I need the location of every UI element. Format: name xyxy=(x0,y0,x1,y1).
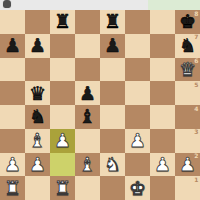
square-c3[interactable]: ♟ xyxy=(50,129,75,153)
top-bar xyxy=(0,0,200,10)
square-h3[interactable]: 3 xyxy=(175,129,200,153)
white-king-piece[interactable]: ♚ xyxy=(129,178,146,197)
rank-label-8: 8 xyxy=(194,11,198,17)
black-rook-piece[interactable]: ♜ xyxy=(104,12,121,31)
square-h5[interactable]: 5 xyxy=(175,81,200,105)
rank-label-5: 5 xyxy=(194,82,198,88)
white-bishop-piece[interactable]: ♝ xyxy=(79,154,96,173)
black-knight-piece[interactable]: ♞ xyxy=(29,107,46,126)
chess-app: ♜♜♚8♟♟♟♞7♛6♛♟5♞♝4♝♟♟3♟♟♝♞♟♟2♜♜♚1 xyxy=(0,0,200,200)
black-pawn-piece[interactable]: ♟ xyxy=(104,36,121,55)
square-a5[interactable] xyxy=(0,81,25,105)
black-rook-piece[interactable]: ♜ xyxy=(54,12,71,31)
square-g2[interactable]: ♟ xyxy=(150,153,175,177)
rank-label-3: 3 xyxy=(194,129,198,135)
square-f6[interactable] xyxy=(125,58,150,82)
square-d8[interactable] xyxy=(75,10,100,34)
square-b8[interactable] xyxy=(25,10,50,34)
square-c6[interactable] xyxy=(50,58,75,82)
square-d5[interactable]: ♟ xyxy=(75,81,100,105)
topbar-highlight xyxy=(148,0,200,10)
square-g6[interactable] xyxy=(150,58,175,82)
square-g8[interactable] xyxy=(150,10,175,34)
square-f7[interactable] xyxy=(125,34,150,58)
square-f8[interactable] xyxy=(125,10,150,34)
square-g5[interactable] xyxy=(150,81,175,105)
square-d3[interactable] xyxy=(75,129,100,153)
square-g7[interactable] xyxy=(150,34,175,58)
rank-label-2: 2 xyxy=(194,153,198,159)
white-bishop-piece[interactable]: ♝ xyxy=(29,131,46,150)
square-h2[interactable]: ♟2 xyxy=(175,153,200,177)
square-d7[interactable] xyxy=(75,34,100,58)
square-b6[interactable] xyxy=(25,58,50,82)
square-c8[interactable]: ♜ xyxy=(50,10,75,34)
white-pawn-piece[interactable]: ♟ xyxy=(54,131,71,150)
square-b4[interactable]: ♞ xyxy=(25,105,50,129)
square-a7[interactable]: ♟ xyxy=(0,34,25,58)
square-e2[interactable]: ♞ xyxy=(100,153,125,177)
square-h6[interactable]: ♛6 xyxy=(175,58,200,82)
rank-label-4: 4 xyxy=(194,106,198,112)
square-h8[interactable]: ♚8 xyxy=(175,10,200,34)
white-rook-piece[interactable]: ♜ xyxy=(54,178,71,197)
square-g3[interactable] xyxy=(150,129,175,153)
square-g4[interactable] xyxy=(150,105,175,129)
white-pawn-piece[interactable]: ♟ xyxy=(29,154,46,173)
black-queen-piece[interactable]: ♛ xyxy=(29,83,46,102)
square-e7[interactable]: ♟ xyxy=(100,34,125,58)
chess-board[interactable]: ♜♜♚8♟♟♟♞7♛6♛♟5♞♝4♝♟♟3♟♟♝♞♟♟2♜♜♚1 xyxy=(0,10,200,200)
square-f3[interactable]: ♟ xyxy=(125,129,150,153)
square-e3[interactable] xyxy=(100,129,125,153)
square-c5[interactable] xyxy=(50,81,75,105)
square-b3[interactable]: ♝ xyxy=(25,129,50,153)
white-pawn-piece[interactable]: ♟ xyxy=(4,154,21,173)
black-bishop-piece[interactable]: ♝ xyxy=(79,107,96,126)
square-b2[interactable]: ♟ xyxy=(25,153,50,177)
square-c4[interactable] xyxy=(50,105,75,129)
square-d6[interactable] xyxy=(75,58,100,82)
cropped-piece-icon xyxy=(3,0,11,8)
rank-label-1: 1 xyxy=(194,177,198,183)
square-e5[interactable] xyxy=(100,81,125,105)
rank-label-7: 7 xyxy=(194,34,198,40)
square-g1[interactable] xyxy=(150,176,175,200)
white-knight-piece[interactable]: ♞ xyxy=(104,154,121,173)
square-e6[interactable] xyxy=(100,58,125,82)
square-d4[interactable]: ♝ xyxy=(75,105,100,129)
square-b7[interactable]: ♟ xyxy=(25,34,50,58)
square-f5[interactable] xyxy=(125,81,150,105)
white-pawn-piece[interactable]: ♟ xyxy=(154,154,171,173)
black-pawn-piece[interactable]: ♟ xyxy=(79,83,96,102)
square-b1[interactable] xyxy=(25,176,50,200)
square-h4[interactable]: 4 xyxy=(175,105,200,129)
square-a1[interactable]: ♜ xyxy=(0,176,25,200)
square-f2[interactable] xyxy=(125,153,150,177)
square-f1[interactable]: ♚ xyxy=(125,176,150,200)
square-a8[interactable] xyxy=(0,10,25,34)
square-d2[interactable]: ♝ xyxy=(75,153,100,177)
square-d1[interactable] xyxy=(75,176,100,200)
square-c7[interactable] xyxy=(50,34,75,58)
square-a4[interactable] xyxy=(0,105,25,129)
white-pawn-piece[interactable]: ♟ xyxy=(129,131,146,150)
square-e1[interactable] xyxy=(100,176,125,200)
square-h1[interactable]: 1 xyxy=(175,176,200,200)
square-h7[interactable]: ♞7 xyxy=(175,34,200,58)
rank-label-6: 6 xyxy=(194,58,198,64)
black-pawn-piece[interactable]: ♟ xyxy=(29,36,46,55)
square-c1[interactable]: ♜ xyxy=(50,176,75,200)
square-e8[interactable]: ♜ xyxy=(100,10,125,34)
white-rook-piece[interactable]: ♜ xyxy=(4,178,21,197)
square-e4[interactable] xyxy=(100,105,125,129)
square-a6[interactable] xyxy=(0,58,25,82)
square-a3[interactable] xyxy=(0,129,25,153)
square-c2[interactable] xyxy=(50,153,75,177)
square-a2[interactable]: ♟ xyxy=(0,153,25,177)
square-b5[interactable]: ♛ xyxy=(25,81,50,105)
black-pawn-piece[interactable]: ♟ xyxy=(4,36,21,55)
square-f4[interactable] xyxy=(125,105,150,129)
